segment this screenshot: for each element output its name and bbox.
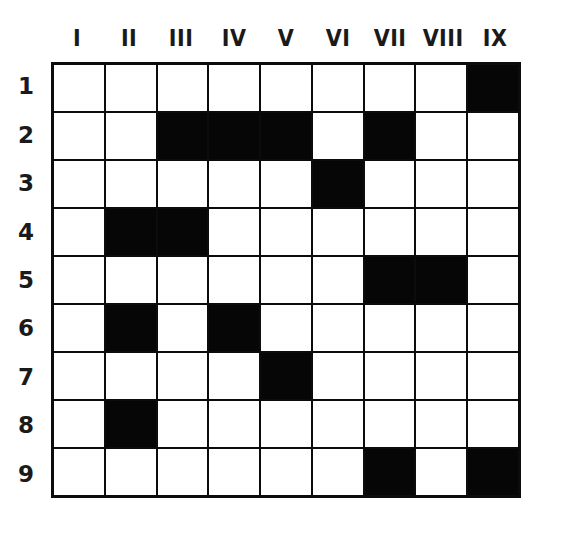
cell-r4c5[interactable] <box>261 209 311 255</box>
cell-r9c4[interactable] <box>209 449 259 495</box>
cell-r1c7[interactable] <box>365 65 415 111</box>
puzzle-board <box>51 62 521 498</box>
cell-r5c4[interactable] <box>209 257 259 303</box>
cell-r5c6[interactable] <box>313 257 363 303</box>
cell-r4c9[interactable] <box>468 209 518 255</box>
cell-r9c2[interactable] <box>106 449 156 495</box>
cell-r7c1[interactable] <box>54 353 104 399</box>
row-label-4: 4 <box>6 207 46 255</box>
blocked-cell-r9c7 <box>365 449 415 495</box>
cell-r9c3[interactable] <box>158 449 208 495</box>
cell-r1c1[interactable] <box>54 65 104 111</box>
blocked-cell-r7c5 <box>261 353 311 399</box>
cell-r5c9[interactable] <box>468 257 518 303</box>
cell-r4c6[interactable] <box>313 209 363 255</box>
row-labels: 123456789 <box>6 62 46 498</box>
cell-r7c8[interactable] <box>416 353 466 399</box>
row-label-1: 1 <box>6 62 46 110</box>
column-label-II: II <box>106 20 153 56</box>
cell-r7c9[interactable] <box>468 353 518 399</box>
cell-r2c9[interactable] <box>468 113 518 159</box>
cell-r6c1[interactable] <box>54 305 104 351</box>
cell-r9c5[interactable] <box>261 449 311 495</box>
cell-r9c1[interactable] <box>54 449 104 495</box>
cell-r6c8[interactable] <box>416 305 466 351</box>
row-label-7: 7 <box>6 353 46 401</box>
cell-r5c2[interactable] <box>106 257 156 303</box>
cell-r3c2[interactable] <box>106 161 156 207</box>
cell-r7c6[interactable] <box>313 353 363 399</box>
cell-r6c6[interactable] <box>313 305 363 351</box>
cell-r6c5[interactable] <box>261 305 311 351</box>
blocked-cell-r2c7 <box>365 113 415 159</box>
cell-r6c7[interactable] <box>365 305 415 351</box>
blocked-cell-r6c4 <box>209 305 259 351</box>
cell-r8c9[interactable] <box>468 401 518 447</box>
column-headers: IIIIIIIVVVIVIIVIIIIX <box>51 20 521 56</box>
cell-r7c7[interactable] <box>365 353 415 399</box>
cell-r3c4[interactable] <box>209 161 259 207</box>
blocked-cell-r6c2 <box>106 305 156 351</box>
cell-r3c8[interactable] <box>416 161 466 207</box>
cell-r3c3[interactable] <box>158 161 208 207</box>
row-label-2: 2 <box>6 110 46 158</box>
cell-r3c5[interactable] <box>261 161 311 207</box>
column-label-III: III <box>158 20 205 56</box>
cell-r4c8[interactable] <box>416 209 466 255</box>
cell-r9c6[interactable] <box>313 449 363 495</box>
cell-r8c7[interactable] <box>365 401 415 447</box>
cell-r5c3[interactable] <box>158 257 208 303</box>
cell-r1c5[interactable] <box>261 65 311 111</box>
row-label-3: 3 <box>6 159 46 207</box>
blocked-cell-r9c9 <box>468 449 518 495</box>
cell-r9c8[interactable] <box>416 449 466 495</box>
cell-r4c4[interactable] <box>209 209 259 255</box>
cell-r8c6[interactable] <box>313 401 363 447</box>
blocked-cell-r2c3 <box>158 113 208 159</box>
cell-r1c8[interactable] <box>416 65 466 111</box>
column-label-VI: VI <box>315 20 362 56</box>
cell-r3c9[interactable] <box>468 161 518 207</box>
puzzle-page: IIIIIIIVVVIVIIVIIIIX 123456789 <box>0 0 563 534</box>
blocked-cell-r3c6 <box>313 161 363 207</box>
blocked-cell-r5c8 <box>416 257 466 303</box>
column-label-I: I <box>54 20 101 56</box>
cell-r8c5[interactable] <box>261 401 311 447</box>
cell-r7c4[interactable] <box>209 353 259 399</box>
column-label-VIII: VIII <box>419 20 466 56</box>
cell-r5c1[interactable] <box>54 257 104 303</box>
row-label-5: 5 <box>6 256 46 304</box>
column-label-IV: IV <box>210 20 257 56</box>
blocked-cell-r1c9 <box>468 65 518 111</box>
row-label-6: 6 <box>6 304 46 352</box>
blocked-cell-r8c2 <box>106 401 156 447</box>
column-label-IX: IX <box>471 20 518 56</box>
cell-r2c6[interactable] <box>313 113 363 159</box>
row-label-9: 9 <box>6 450 46 498</box>
cell-r8c1[interactable] <box>54 401 104 447</box>
cell-r6c3[interactable] <box>158 305 208 351</box>
cell-r2c2[interactable] <box>106 113 156 159</box>
cell-r1c2[interactable] <box>106 65 156 111</box>
cell-r7c2[interactable] <box>106 353 156 399</box>
blocked-cell-r5c7 <box>365 257 415 303</box>
cell-r7c3[interactable] <box>158 353 208 399</box>
blocked-cell-r4c2 <box>106 209 156 255</box>
cell-r2c1[interactable] <box>54 113 104 159</box>
column-label-VII: VII <box>367 20 414 56</box>
cell-r8c3[interactable] <box>158 401 208 447</box>
cell-r5c5[interactable] <box>261 257 311 303</box>
cell-r3c7[interactable] <box>365 161 415 207</box>
cell-r6c9[interactable] <box>468 305 518 351</box>
cell-r3c1[interactable] <box>54 161 104 207</box>
blocked-cell-r4c3 <box>158 209 208 255</box>
row-label-8: 8 <box>6 401 46 449</box>
blocked-cell-r2c5 <box>261 113 311 159</box>
cell-r1c6[interactable] <box>313 65 363 111</box>
cell-r2c8[interactable] <box>416 113 466 159</box>
cell-r1c3[interactable] <box>158 65 208 111</box>
column-label-V: V <box>262 20 309 56</box>
blocked-cell-r2c4 <box>209 113 259 159</box>
cell-r8c4[interactable] <box>209 401 259 447</box>
cell-r4c1[interactable] <box>54 209 104 255</box>
cell-r1c4[interactable] <box>209 65 259 111</box>
cell-r8c8[interactable] <box>416 401 466 447</box>
cell-r4c7[interactable] <box>365 209 415 255</box>
